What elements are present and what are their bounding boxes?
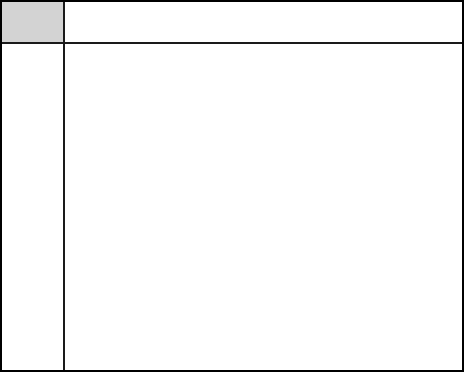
puzzle-grid [65,44,462,370]
watermark-text [0,372,464,382]
nonogram-board [0,0,464,372]
nonogram-app [0,0,464,382]
row-clues-area [2,44,65,370]
column-clues-area [65,2,462,44]
clue-corner [2,2,65,44]
